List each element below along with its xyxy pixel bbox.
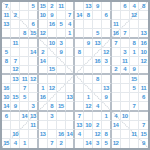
cell-r11c10[interactable]: 1 xyxy=(84,93,93,102)
cell-r5c4[interactable] xyxy=(29,39,38,48)
cell-r9c15[interactable]: 15 xyxy=(130,75,139,84)
cell-r5c15[interactable]: 8 xyxy=(130,39,139,48)
cell-r10c16[interactable]: 11 xyxy=(139,84,148,93)
cell-r13c5[interactable] xyxy=(39,112,48,121)
cell-r16c10[interactable]: 14 xyxy=(84,139,93,148)
cell-r15c7[interactable]: 16 xyxy=(57,130,66,139)
cell-r5c10[interactable]: 9 xyxy=(84,39,93,48)
cell-r10c12[interactable]: 13 xyxy=(102,84,111,93)
cell-r8c9[interactable] xyxy=(75,66,84,75)
cell-r1c10[interactable]: 13 xyxy=(84,2,93,11)
cell-r11c14[interactable] xyxy=(121,93,130,102)
cell-r13c3[interactable]: 14 xyxy=(20,112,29,121)
cell-r10c13[interactable] xyxy=(112,84,121,93)
cell-r3c15[interactable] xyxy=(130,20,139,29)
cell-r7c16[interactable]: 12 xyxy=(139,57,148,66)
cell-r6c2[interactable] xyxy=(11,48,20,57)
cell-r11c11[interactable] xyxy=(93,93,102,102)
cell-r4c2[interactable] xyxy=(11,29,20,38)
cell-r5c2[interactable]: 11 xyxy=(11,39,20,48)
cell-r1c2[interactable] xyxy=(11,2,20,11)
cell-r15c12[interactable]: 8 xyxy=(102,130,111,139)
cell-r1c7[interactable]: 11 xyxy=(57,2,66,11)
cell-r13c9[interactable]: 7 xyxy=(75,112,84,121)
cell-r5c11[interactable]: 13 xyxy=(93,39,102,48)
cell-r16c2[interactable]: 4 xyxy=(11,139,20,148)
cell-r15c15[interactable]: 11 xyxy=(130,130,139,139)
cell-r7c13[interactable] xyxy=(112,57,121,66)
cell-r4c8[interactable]: 1 xyxy=(66,29,75,38)
cell-r15c13[interactable] xyxy=(112,130,121,139)
cell-r2c1[interactable]: 11 xyxy=(2,11,11,20)
cell-r2c10[interactable]: 8 xyxy=(84,11,93,20)
cell-r13c16[interactable] xyxy=(139,112,148,121)
cell-r14c11[interactable]: 2 xyxy=(93,121,102,130)
cell-r15c16[interactable]: 15 xyxy=(139,130,148,139)
cell-r10c11[interactable] xyxy=(93,84,102,93)
cell-r11c7[interactable] xyxy=(57,93,66,102)
cell-r12c15[interactable]: 7 xyxy=(130,102,139,111)
cell-r12c7[interactable]: 15 xyxy=(57,102,66,111)
cell-r11c4[interactable] xyxy=(29,93,38,102)
cell-r6c12[interactable]: 12 xyxy=(102,48,111,57)
cell-r13c4[interactable]: 13 xyxy=(29,112,38,121)
cell-r2c5[interactable]: 10 xyxy=(39,11,48,20)
cell-r5c9[interactable] xyxy=(75,39,84,48)
cell-r14c16[interactable]: 7 xyxy=(139,121,148,130)
cell-r11c3[interactable]: 5 xyxy=(20,93,29,102)
cell-r9c1[interactable] xyxy=(2,75,11,84)
cell-r13c15[interactable] xyxy=(130,112,139,121)
cell-r2c2[interactable]: 2 xyxy=(11,11,20,20)
sudoku-board: 7515211139648112109714861213616541181512… xyxy=(0,0,150,150)
cell-r16c9[interactable] xyxy=(75,139,84,148)
cell-r12c4[interactable]: 3 xyxy=(29,102,38,111)
cell-r3c16[interactable] xyxy=(139,20,148,29)
cell-r2c3[interactable] xyxy=(20,11,29,20)
cell-r12c16[interactable] xyxy=(139,102,148,111)
cell-r15c3[interactable] xyxy=(20,130,29,139)
cell-r5c14[interactable] xyxy=(121,39,130,48)
cell-r9c2[interactable]: 13 xyxy=(11,75,20,84)
cell-r4c13[interactable]: 16 xyxy=(112,29,121,38)
cell-r15c6[interactable] xyxy=(48,130,57,139)
cell-r5c16[interactable]: 16 xyxy=(139,39,148,48)
cell-r11c12[interactable]: 9 xyxy=(102,93,111,102)
cell-r6c1[interactable]: 5 xyxy=(2,48,11,57)
cell-r2c12[interactable]: 6 xyxy=(102,11,111,20)
cell-r14c3[interactable] xyxy=(20,121,29,130)
cell-r10c2[interactable] xyxy=(11,84,20,93)
cell-r16c1[interactable]: 15 xyxy=(2,139,11,148)
cell-r14c13[interactable]: 14 xyxy=(112,121,121,130)
cell-r16c8[interactable] xyxy=(66,139,75,148)
cell-r5c6[interactable]: 10 xyxy=(48,39,57,48)
cell-r15c1[interactable] xyxy=(2,130,11,139)
cell-r4c11[interactable]: 5 xyxy=(93,29,102,38)
cell-r3c13[interactable]: 11 xyxy=(112,20,121,29)
cell-r16c13[interactable]: 12 xyxy=(112,139,121,148)
cell-r11c9[interactable] xyxy=(75,93,84,102)
cell-r13c12[interactable]: 1 xyxy=(102,112,111,121)
cell-r11c2[interactable]: 15 xyxy=(11,93,20,102)
cell-r7c10[interactable] xyxy=(84,57,93,66)
cell-r5c8[interactable] xyxy=(66,39,75,48)
cell-r6c15[interactable]: 1 xyxy=(130,48,139,57)
cell-r11c15[interactable] xyxy=(130,93,139,102)
cell-r15c10[interactable] xyxy=(84,130,93,139)
cell-r11c16[interactable]: 6 xyxy=(139,93,148,102)
cell-r16c4[interactable] xyxy=(29,139,38,148)
cell-r13c10[interactable] xyxy=(84,112,93,121)
cell-r10c1[interactable]: 16 xyxy=(2,84,11,93)
cell-r14c14[interactable] xyxy=(121,121,130,130)
cell-r13c6[interactable]: 3 xyxy=(48,112,57,121)
cell-r1c8[interactable] xyxy=(66,2,75,11)
cell-r4c15[interactable] xyxy=(130,29,139,38)
cell-r6c13[interactable] xyxy=(112,48,121,57)
cell-r6c8[interactable] xyxy=(66,48,75,57)
cell-r12c8[interactable] xyxy=(66,102,75,111)
cell-r13c11[interactable] xyxy=(93,112,102,121)
cell-r2c6[interactable]: 9 xyxy=(48,11,57,20)
cell-r5c5[interactable] xyxy=(39,39,48,48)
cell-r6c16[interactable]: 10 xyxy=(139,48,148,57)
cell-r15c11[interactable]: 12 xyxy=(93,130,102,139)
cell-r14c4[interactable]: 11 xyxy=(29,121,38,130)
cell-r3c14[interactable] xyxy=(121,20,130,29)
cell-r11c1[interactable]: 10 xyxy=(2,93,11,102)
cell-r3c6[interactable]: 16 xyxy=(48,20,57,29)
cell-r16c3[interactable]: 1 xyxy=(20,139,29,148)
cell-r14c9[interactable]: 13 xyxy=(75,121,84,130)
cell-r8c8[interactable] xyxy=(66,66,75,75)
cell-r7c15[interactable] xyxy=(130,57,139,66)
cell-r13c8[interactable] xyxy=(66,112,75,121)
cell-r4c3[interactable]: 8 xyxy=(20,29,29,38)
cell-r2c16[interactable] xyxy=(139,11,148,20)
cell-r11c5[interactable]: 16 xyxy=(39,93,48,102)
cell-r2c15[interactable]: 12 xyxy=(130,11,139,20)
cell-r14c8[interactable] xyxy=(66,121,75,130)
cell-r3c5[interactable] xyxy=(39,20,48,29)
cell-r3c8[interactable]: 4 xyxy=(66,20,75,29)
cell-r7c2[interactable]: 7 xyxy=(11,57,20,66)
cell-r7c12[interactable]: 3 xyxy=(102,57,111,66)
cell-r10c14[interactable] xyxy=(121,84,130,93)
cell-r15c5[interactable]: 13 xyxy=(39,130,48,139)
cell-r10c6[interactable]: 12 xyxy=(48,84,57,93)
cell-r7c11[interactable]: 16 xyxy=(93,57,102,66)
cell-r12c6[interactable]: 8 xyxy=(48,102,57,111)
cell-r16c11[interactable]: 3 xyxy=(93,139,102,148)
cell-r1c3[interactable] xyxy=(20,2,29,11)
cell-r6c10[interactable] xyxy=(84,48,93,57)
cell-r14c1[interactable] xyxy=(2,121,11,130)
cell-r4c7[interactable] xyxy=(57,29,66,38)
cell-r4c1[interactable] xyxy=(2,29,11,38)
cell-r1c4[interactable]: 5 xyxy=(29,2,38,11)
cell-r8c5[interactable] xyxy=(39,66,48,75)
cell-r5c7[interactable]: 3 xyxy=(57,39,66,48)
cell-r7c1[interactable]: 8 xyxy=(2,57,11,66)
cell-r8c16[interactable] xyxy=(139,66,148,75)
cell-r9c9[interactable] xyxy=(75,75,84,84)
cell-r2c8[interactable]: 7 xyxy=(66,11,75,20)
cell-r9c13[interactable] xyxy=(112,75,121,84)
cell-r14c12[interactable] xyxy=(102,121,111,130)
cell-r2c9[interactable]: 14 xyxy=(75,11,84,20)
cell-r3c11[interactable] xyxy=(93,20,102,29)
cell-r10c9[interactable] xyxy=(75,84,84,93)
cell-r4c9[interactable] xyxy=(75,29,84,38)
cell-r12c1[interactable]: 14 xyxy=(2,102,11,111)
cell-r1c13[interactable] xyxy=(112,2,121,11)
cell-r9c5[interactable] xyxy=(39,75,48,84)
cell-r10c7[interactable] xyxy=(57,84,66,93)
cell-r13c13[interactable]: 4 xyxy=(112,112,121,121)
cell-r15c2[interactable]: 10 xyxy=(11,130,20,139)
cell-r16c6[interactable]: 7 xyxy=(48,139,57,148)
cell-r6c9[interactable]: 8 xyxy=(75,48,84,57)
cell-r7c3[interactable] xyxy=(20,57,29,66)
cell-r8c12[interactable] xyxy=(102,66,111,75)
cell-r10c8[interactable] xyxy=(66,84,75,93)
cell-r14c15[interactable] xyxy=(130,121,139,130)
cell-r2c4[interactable] xyxy=(29,11,38,20)
cell-r2c11[interactable] xyxy=(93,11,102,20)
cell-r4c12[interactable] xyxy=(102,29,111,38)
cell-r12c13[interactable] xyxy=(112,102,121,111)
cell-r14c7[interactable] xyxy=(57,121,66,130)
cell-r15c4[interactable] xyxy=(29,130,38,139)
cell-r10c3[interactable]: 7 xyxy=(20,84,29,93)
cell-r6c6[interactable] xyxy=(48,48,57,57)
cell-r6c7[interactable]: 9 xyxy=(57,48,66,57)
cell-r12c3[interactable] xyxy=(20,102,29,111)
cell-r9c4[interactable]: 12 xyxy=(29,75,38,84)
cell-r1c12[interactable] xyxy=(102,2,111,11)
cell-r3c3[interactable] xyxy=(20,20,29,29)
cell-r8c1[interactable] xyxy=(2,66,11,75)
cell-r10c10[interactable] xyxy=(84,84,93,93)
cell-r7c9[interactable] xyxy=(75,57,84,66)
cell-r16c15[interactable] xyxy=(130,139,139,148)
cell-r12c14[interactable] xyxy=(121,102,130,111)
cell-r3c12[interactable] xyxy=(102,20,111,29)
cell-r9c8[interactable] xyxy=(66,75,75,84)
cell-r8c13[interactable]: 2 xyxy=(112,66,121,75)
cell-r5c12[interactable] xyxy=(102,39,111,48)
cell-r9c6[interactable] xyxy=(48,75,57,84)
cell-r9c16[interactable] xyxy=(139,75,148,84)
cell-r4c4[interactable]: 15 xyxy=(29,29,38,38)
cell-r15c8[interactable]: 14 xyxy=(66,130,75,139)
cell-r9c12[interactable] xyxy=(102,75,111,84)
cell-r4c5[interactable]: 12 xyxy=(39,29,48,38)
cell-r6c11[interactable] xyxy=(93,48,102,57)
cell-r1c15[interactable]: 4 xyxy=(130,2,139,11)
cell-r12c5[interactable] xyxy=(39,102,48,111)
cell-r9c14[interactable] xyxy=(121,75,130,84)
cell-r13c2[interactable] xyxy=(11,112,20,121)
cell-r12c2[interactable]: 9 xyxy=(11,102,20,111)
cell-r1c1[interactable]: 7 xyxy=(2,2,11,11)
cell-r1c5[interactable]: 15 xyxy=(39,2,48,11)
cell-r7c4[interactable] xyxy=(29,57,38,66)
cell-r12c11[interactable]: 4 xyxy=(93,102,102,111)
sudoku-grid: 7515211139648112109714861213616541181512… xyxy=(2,2,148,148)
cell-r8c14[interactable]: 4 xyxy=(121,66,130,75)
cell-r7c8[interactable] xyxy=(66,57,75,66)
cell-r1c6[interactable]: 2 xyxy=(48,2,57,11)
cell-r9c11[interactable]: 8 xyxy=(93,75,102,84)
cell-r9c3[interactable]: 11 xyxy=(20,75,29,84)
cell-r8c2[interactable]: 12 xyxy=(11,66,20,75)
cell-r7c7[interactable] xyxy=(57,57,66,66)
cell-r7c14[interactable]: 11 xyxy=(121,57,130,66)
cell-r8c4[interactable] xyxy=(29,66,38,75)
cell-r16c16[interactable]: 9 xyxy=(139,139,148,148)
cell-r12c12[interactable] xyxy=(102,102,111,111)
cell-r8c11[interactable] xyxy=(93,66,102,75)
cell-r5c13[interactable]: 7 xyxy=(112,39,121,48)
cell-r16c12[interactable]: 5 xyxy=(102,139,111,148)
cell-r11c13[interactable] xyxy=(112,93,121,102)
cell-r14c10[interactable]: 10 xyxy=(84,121,93,130)
cell-r4c14[interactable]: 7 xyxy=(121,29,130,38)
cell-r3c1[interactable]: 13 xyxy=(2,20,11,29)
cell-r8c15[interactable]: 9 xyxy=(130,66,139,75)
cell-r11c8[interactable]: 13 xyxy=(66,93,75,102)
cell-r10c4[interactable] xyxy=(29,84,38,93)
cell-r3c7[interactable]: 5 xyxy=(57,20,66,29)
cell-r15c9[interactable]: 4 xyxy=(75,130,84,139)
cell-r3c4[interactable]: 6 xyxy=(29,20,38,29)
cell-r13c7[interactable] xyxy=(57,112,66,121)
cell-r6c5[interactable]: 2 xyxy=(39,48,48,57)
cell-r4c16[interactable]: 13 xyxy=(139,29,148,38)
cell-r1c14[interactable]: 6 xyxy=(121,2,130,11)
cell-r9c10[interactable] xyxy=(84,75,93,84)
cell-r3c2[interactable] xyxy=(11,20,20,29)
cell-r14c2[interactable] xyxy=(11,121,20,130)
cell-r6c3[interactable] xyxy=(20,48,29,57)
cell-r12c9[interactable] xyxy=(75,102,84,111)
cell-r14c6[interactable] xyxy=(48,121,57,130)
cell-r2c13[interactable] xyxy=(112,11,121,20)
cell-r16c5[interactable] xyxy=(39,139,48,148)
cell-r2c14[interactable] xyxy=(121,11,130,20)
cell-r6c4[interactable]: 14 xyxy=(29,48,38,57)
cell-r14c5[interactable] xyxy=(39,121,48,130)
cell-r8c3[interactable] xyxy=(20,66,29,75)
cell-r12c10[interactable]: 12 xyxy=(84,102,93,111)
cell-r6c14[interactable]: 3 xyxy=(121,48,130,57)
cell-r5c3[interactable] xyxy=(20,39,29,48)
cell-r1c9[interactable] xyxy=(75,2,84,11)
cell-r8c6[interactable]: 15 xyxy=(48,66,57,75)
cell-r8c10[interactable] xyxy=(84,66,93,75)
cell-r1c11[interactable]: 9 xyxy=(93,2,102,11)
cell-r15c14[interactable] xyxy=(121,130,130,139)
cell-r2c7[interactable] xyxy=(57,11,66,20)
cell-r4c10[interactable] xyxy=(84,29,93,38)
cell-r13c14[interactable]: 10 xyxy=(121,112,130,121)
cell-r8c7[interactable] xyxy=(57,66,66,75)
cell-r10c5[interactable]: 1 xyxy=(39,84,48,93)
cell-r4c6[interactable] xyxy=(48,29,57,38)
cell-r7c6[interactable] xyxy=(48,57,57,66)
cell-r3c9[interactable] xyxy=(75,20,84,29)
cell-r16c7[interactable]: 2 xyxy=(57,139,66,148)
cell-r10c15[interactable]: 5 xyxy=(130,84,139,93)
cell-r3c10[interactable] xyxy=(84,20,93,29)
cell-r11c6[interactable] xyxy=(48,93,57,102)
cell-r7c5[interactable]: 14 xyxy=(39,57,48,66)
cell-r9c7[interactable] xyxy=(57,75,66,84)
cell-r13c1[interactable]: 6 xyxy=(2,112,11,121)
cell-r16c14[interactable] xyxy=(121,139,130,148)
cell-r1c16[interactable]: 8 xyxy=(139,2,148,11)
cell-r5c1[interactable] xyxy=(2,39,11,48)
